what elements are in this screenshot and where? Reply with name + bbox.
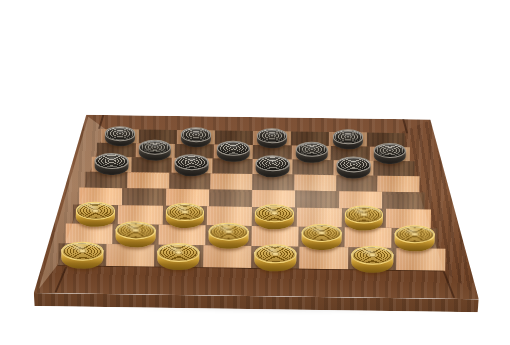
piece-dark-man-b7[interactable] — [139, 140, 172, 161]
piece-engraved-top — [181, 127, 212, 142]
piece-gold-man-a1[interactable] — [61, 241, 103, 268]
checkers-board-photo — [0, 0, 510, 345]
piece-gold-man-e1[interactable] — [254, 244, 296, 271]
piece-dark-man-g6[interactable] — [336, 156, 370, 178]
piece-engraved-top — [175, 154, 209, 170]
piece-engraved-top — [158, 243, 200, 262]
piece-gold-man-g1[interactable] — [351, 245, 393, 272]
piece-engraved-top — [61, 241, 103, 260]
piece-dark-man-e8[interactable] — [257, 128, 288, 148]
piece-gold-man-b2[interactable] — [115, 221, 156, 247]
piece-engraved-top — [344, 206, 383, 224]
piece-gold-man-a3[interactable] — [76, 202, 115, 227]
square-b5[interactable] — [127, 172, 169, 189]
piece-dark-man-a8[interactable] — [105, 126, 136, 146]
piece-dark-man-d7[interactable] — [217, 141, 250, 162]
piece-gold-man-g3[interactable] — [344, 206, 383, 231]
square-d4[interactable] — [209, 189, 252, 207]
piece-gold-man-e3[interactable] — [255, 204, 294, 229]
square-b4[interactable] — [122, 188, 165, 206]
piece-engraved-top — [336, 156, 370, 172]
piece-dark-man-h7[interactable] — [373, 143, 406, 164]
square-h4[interactable] — [382, 192, 425, 210]
piece-engraved-top — [76, 202, 115, 220]
piece-engraved-top — [257, 128, 288, 143]
piece-dark-man-e6[interactable] — [256, 155, 290, 177]
square-h5[interactable] — [378, 176, 420, 193]
piece-dark-man-f7[interactable] — [295, 142, 328, 163]
piece-engraved-top — [254, 244, 296, 263]
board — [0, 0, 510, 345]
board-squares — [3, 0, 510, 4]
pieces-layer — [3, 0, 510, 4]
piece-gold-man-c3[interactable] — [165, 203, 204, 228]
piece-dark-man-a6[interactable] — [94, 153, 128, 175]
piece-gold-man-f2[interactable] — [301, 224, 342, 250]
piece-dark-man-g8[interactable] — [333, 130, 364, 150]
piece-gold-man-h2[interactable] — [394, 225, 435, 251]
piece-engraved-top — [351, 245, 393, 264]
piece-engraved-top — [94, 153, 128, 169]
piece-gold-man-d2[interactable] — [208, 223, 249, 249]
piece-dark-man-c6[interactable] — [175, 154, 209, 176]
piece-engraved-top — [217, 141, 250, 156]
square-h1[interactable] — [396, 248, 445, 271]
piece-gold-man-c1[interactable] — [158, 243, 200, 270]
square-f5[interactable] — [294, 175, 336, 192]
piece-engraved-top — [255, 204, 294, 222]
piece-dark-man-c8[interactable] — [181, 127, 212, 147]
square-f4[interactable] — [295, 191, 338, 209]
square-d5[interactable] — [211, 173, 253, 190]
piece-engraved-top — [256, 155, 290, 171]
piece-engraved-top — [165, 203, 204, 221]
piece-engraved-top — [105, 126, 136, 141]
piece-engraved-top — [333, 130, 364, 145]
